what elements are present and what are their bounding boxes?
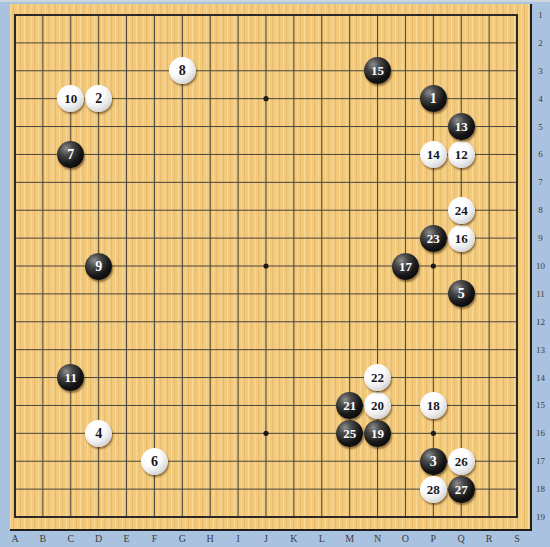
- move-number: 8: [169, 57, 196, 84]
- column-label-O: O: [394, 531, 416, 546]
- go-stone-white-8: 8: [169, 57, 196, 84]
- move-number: 19: [364, 420, 391, 447]
- go-stone-black-13: 13: [448, 113, 475, 140]
- row-label-2: 2: [532, 37, 549, 49]
- go-stone-white-6: 6: [141, 448, 168, 475]
- star-point: [431, 263, 436, 268]
- star-point: [263, 263, 268, 268]
- go-stone-black-21: 21: [336, 392, 363, 419]
- column-label-H: H: [199, 531, 221, 546]
- star-point: [263, 431, 268, 436]
- row-label-15: 15: [532, 399, 549, 411]
- move-number: 21: [336, 392, 363, 419]
- column-label-M: M: [339, 531, 361, 546]
- move-number: 22: [364, 364, 391, 391]
- column-label-A: A: [4, 531, 26, 546]
- move-number: 10: [57, 85, 84, 112]
- go-stone-white-14: 14: [420, 141, 447, 168]
- column-label-B: B: [32, 531, 54, 546]
- row-label-9: 9: [532, 232, 549, 244]
- move-number: 13: [448, 113, 475, 140]
- column-label-R: R: [478, 531, 500, 546]
- move-number: 11: [57, 364, 84, 391]
- move-number: 23: [420, 225, 447, 252]
- column-label-G: G: [171, 531, 193, 546]
- row-label-13: 13: [532, 344, 549, 356]
- move-number: 27: [448, 476, 475, 503]
- column-label-J: J: [255, 531, 277, 546]
- column-label-F: F: [143, 531, 165, 546]
- move-number: 9: [85, 253, 112, 280]
- move-number: 17: [392, 253, 419, 280]
- go-stone-black-7: 7: [57, 141, 84, 168]
- row-label-6: 6: [532, 148, 549, 160]
- row-label-17: 17: [532, 455, 549, 467]
- move-number: 6: [141, 448, 168, 475]
- go-stone-black-3: 3: [420, 448, 447, 475]
- move-number: 1: [420, 85, 447, 112]
- row-label-7: 7: [532, 176, 549, 188]
- move-number: 12: [448, 141, 475, 168]
- go-stone-black-27: 27: [448, 476, 475, 503]
- column-label-C: C: [60, 531, 82, 546]
- move-number: 24: [448, 197, 475, 224]
- move-number: 16: [448, 225, 475, 252]
- column-label-Q: Q: [450, 531, 472, 546]
- go-stone-white-16: 16: [448, 225, 475, 252]
- go-stone-white-22: 22: [364, 364, 391, 391]
- go-stone-white-20: 20: [364, 392, 391, 419]
- go-stone-black-19: 19: [364, 420, 391, 447]
- go-stone-black-5: 5: [448, 280, 475, 307]
- column-label-E: E: [116, 531, 138, 546]
- row-label-12: 12: [532, 316, 549, 328]
- move-number: 15: [364, 57, 391, 84]
- move-number: 14: [420, 141, 447, 168]
- row-label-5: 5: [532, 121, 549, 133]
- go-diagram: 1234567891011121314151617181920212223242…: [0, 0, 550, 547]
- go-stone-black-9: 9: [85, 253, 112, 280]
- star-point: [431, 431, 436, 436]
- column-label-D: D: [88, 531, 110, 546]
- go-stone-black-15: 15: [364, 57, 391, 84]
- row-label-14: 14: [532, 372, 549, 384]
- move-number: 3: [420, 448, 447, 475]
- move-number: 2: [85, 85, 112, 112]
- move-number: 25: [336, 420, 363, 447]
- row-label-8: 8: [532, 204, 549, 216]
- go-stone-white-28: 28: [420, 476, 447, 503]
- move-number: 4: [85, 420, 112, 447]
- move-number: 26: [448, 448, 475, 475]
- go-stone-black-1: 1: [420, 85, 447, 112]
- row-label-16: 16: [532, 427, 549, 439]
- column-label-P: P: [422, 531, 444, 546]
- row-label-1: 1: [532, 9, 549, 21]
- column-label-L: L: [311, 531, 333, 546]
- move-number: 7: [57, 141, 84, 168]
- star-point: [263, 96, 268, 101]
- column-label-K: K: [283, 531, 305, 546]
- go-stone-white-12: 12: [448, 141, 475, 168]
- column-label-N: N: [367, 531, 389, 546]
- row-label-18: 18: [532, 483, 549, 495]
- row-label-10: 10: [532, 260, 549, 272]
- go-stone-white-24: 24: [448, 197, 475, 224]
- move-number: 18: [420, 392, 447, 419]
- go-stone-white-18: 18: [420, 392, 447, 419]
- row-label-19: 19: [532, 511, 549, 523]
- go-stone-white-2: 2: [85, 85, 112, 112]
- go-stone-white-10: 10: [57, 85, 84, 112]
- row-label-11: 11: [532, 288, 549, 300]
- go-stone-black-23: 23: [420, 225, 447, 252]
- go-stone-black-17: 17: [392, 253, 419, 280]
- go-stone-white-4: 4: [85, 420, 112, 447]
- move-number: 5: [448, 280, 475, 307]
- move-number: 28: [420, 476, 447, 503]
- column-label-I: I: [227, 531, 249, 546]
- row-label-3: 3: [532, 65, 549, 77]
- go-stone-white-26: 26: [448, 448, 475, 475]
- column-label-S: S: [506, 531, 528, 546]
- go-stone-black-25: 25: [336, 420, 363, 447]
- move-number: 20: [364, 392, 391, 419]
- row-label-4: 4: [532, 93, 549, 105]
- go-stone-black-11: 11: [57, 364, 84, 391]
